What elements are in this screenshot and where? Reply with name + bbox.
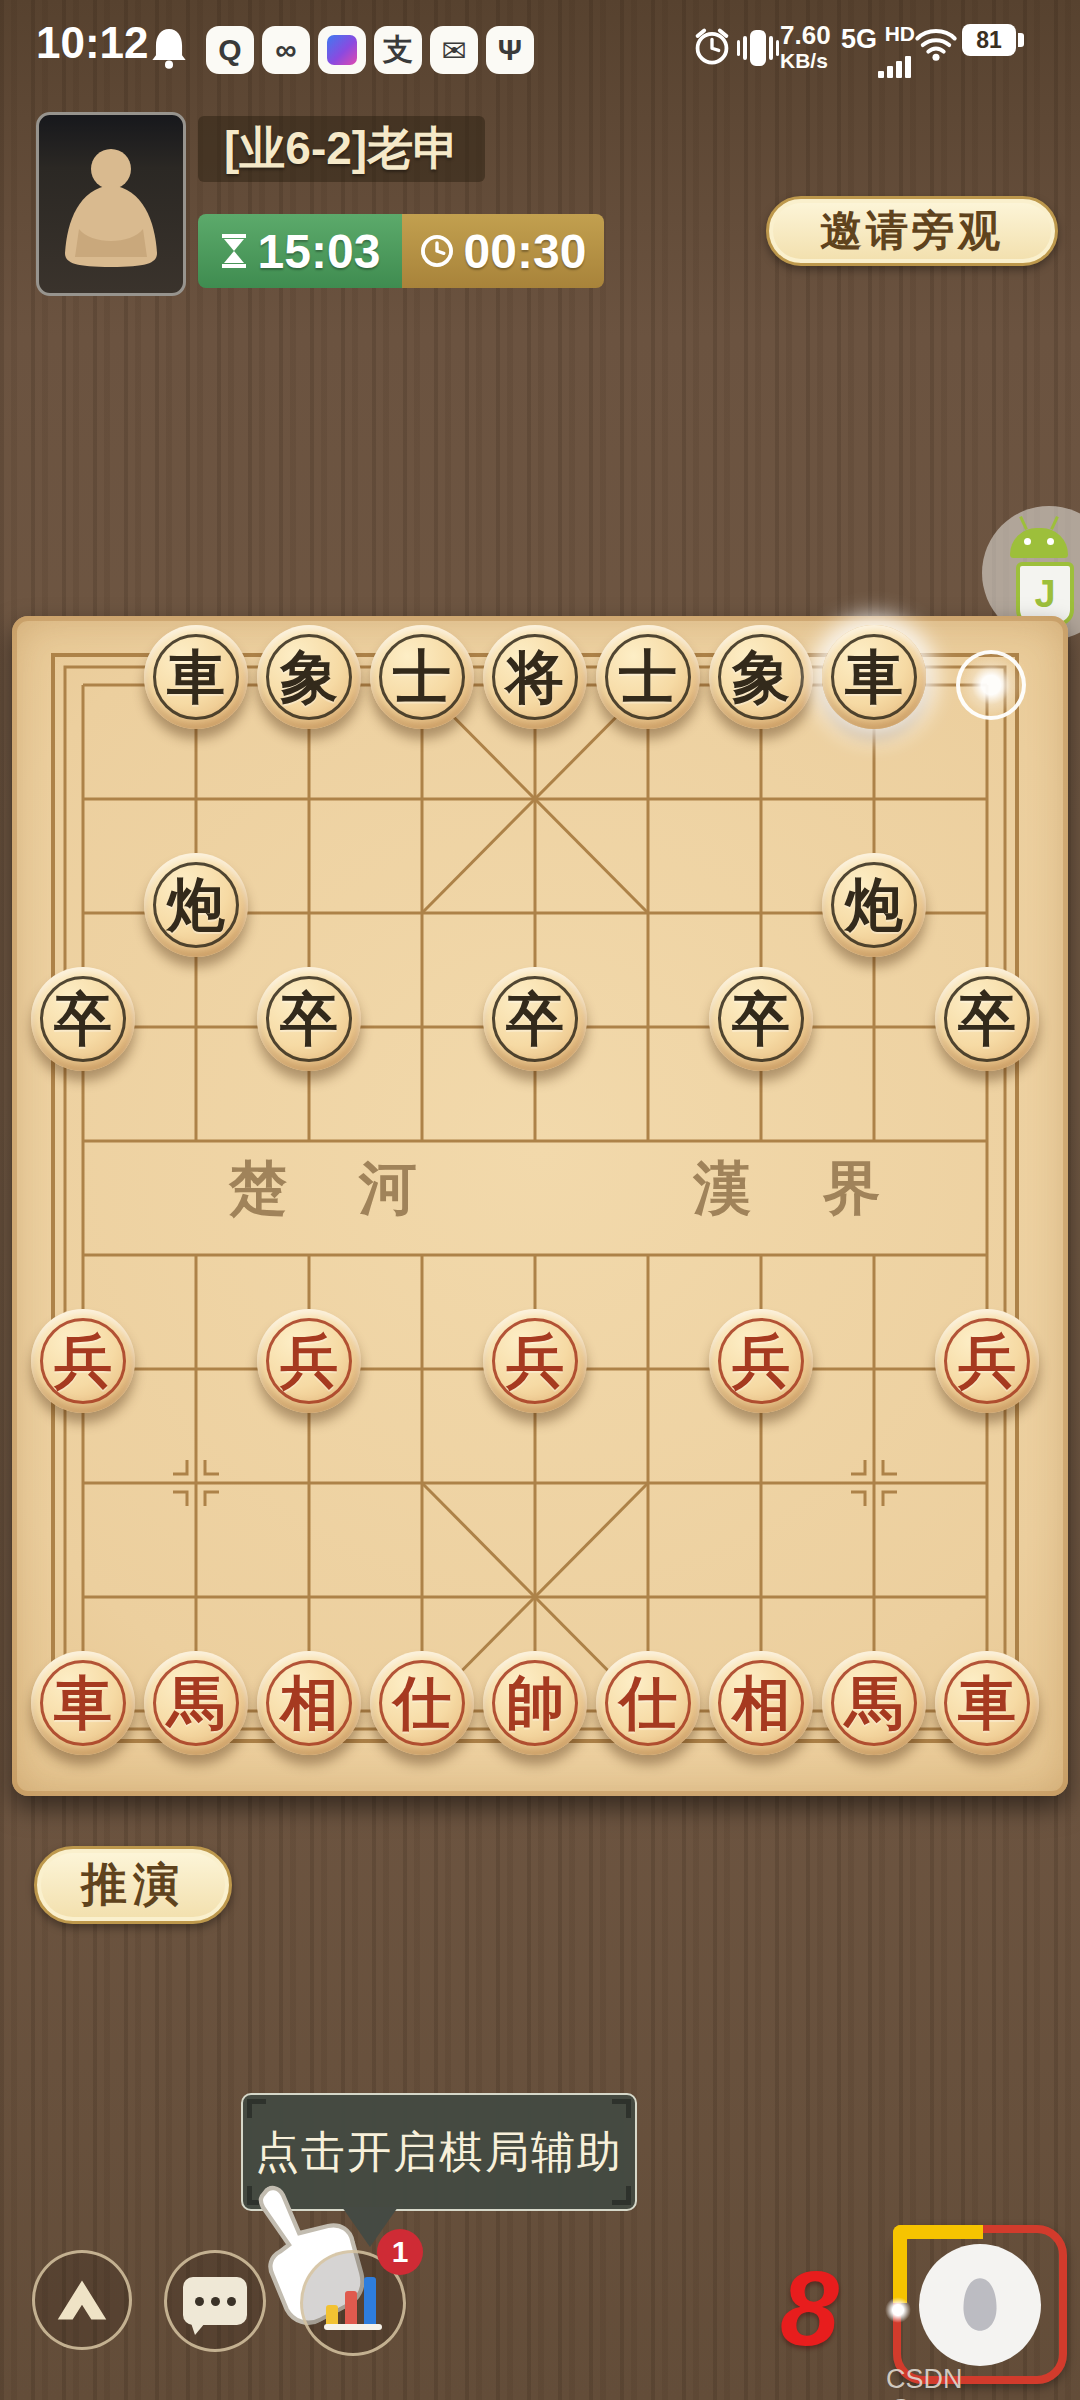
piece-black-車-f8r1[interactable]: 車 <box>822 625 926 729</box>
status-time: 10:12 <box>36 18 149 68</box>
opponent-avatar[interactable] <box>36 112 186 296</box>
battery-nub <box>1018 33 1024 47</box>
hourglass-icon <box>220 232 248 270</box>
alarm-icon <box>692 26 732 66</box>
wifi-icon <box>914 26 958 62</box>
usb-icon: Ψ <box>486 26 534 74</box>
piece-red-相-f3r10[interactable]: 相 <box>257 1651 361 1755</box>
piece-black-卒-f7r4[interactable]: 卒 <box>709 967 813 1071</box>
piece-black-士-f6r1[interactable]: 士 <box>596 625 700 729</box>
signal-cluster: 5G HD <box>841 24 911 78</box>
bar-chart-icon <box>324 2276 382 2330</box>
clock-icon <box>420 234 454 268</box>
opponent-timers: 15:03 00:30 <box>198 214 604 288</box>
river-label-right: 漢 界 <box>660 1150 940 1228</box>
signal-icon <box>878 56 911 78</box>
queue-number: 8 <box>780 2248 839 2369</box>
up-arrow-icon <box>54 2276 110 2324</box>
river-label-left: 楚 河 <box>196 1150 476 1228</box>
qq-avatar-tile[interactable] <box>893 2225 1067 2384</box>
piece-red-兵-f5r7[interactable]: 兵 <box>483 1309 587 1413</box>
last-move-origin-marker <box>956 650 1026 720</box>
chat-bubble-icon <box>183 2277 247 2325</box>
game-timer: 15:03 <box>198 214 402 288</box>
piece-red-兵-f9r7[interactable]: 兵 <box>935 1309 1039 1413</box>
move-timer: 00:30 <box>402 214 604 288</box>
qq-chat-icon: Q <box>206 26 254 74</box>
invite-spectators-button[interactable]: 邀请旁观 <box>766 196 1058 266</box>
alipay-icon: 支 <box>374 26 422 74</box>
piece-black-卒-f5r4[interactable]: 卒 <box>483 967 587 1071</box>
xiangqi-board[interactable]: 楚 河 漢 界 <box>12 616 1068 1796</box>
vibrate-icon <box>737 26 779 70</box>
link-nodes-icon: ∞ <box>262 26 310 74</box>
piece-black-士-f4r1[interactable]: 士 <box>370 625 474 729</box>
notification-badge: 1 <box>377 2229 423 2275</box>
piece-red-兵-f7r7[interactable]: 兵 <box>709 1309 813 1413</box>
piece-red-兵-f3r7[interactable]: 兵 <box>257 1309 361 1413</box>
xiangqi-game-screen: { "game": "xiangqi", "app_context": "Chi… <box>0 0 1080 2400</box>
piece-red-仕-f4r10[interactable]: 仕 <box>370 1651 474 1755</box>
collapse-button[interactable] <box>32 2250 132 2350</box>
colorful-app-icon <box>318 26 366 74</box>
battery-icon: 81 <box>962 24 1016 56</box>
watermark: CSDN @qq910689331 <box>886 2364 1080 2400</box>
piece-black-将-f5r1[interactable]: 将 <box>483 625 587 729</box>
qq-penguin-icon <box>919 2244 1041 2366</box>
piece-black-卒-f9r4[interactable]: 卒 <box>935 967 1039 1071</box>
chat-button[interactable] <box>164 2250 266 2352</box>
piece-black-象-f7r1[interactable]: 象 <box>709 625 813 729</box>
piece-black-卒-f1r4[interactable]: 卒 <box>31 967 135 1071</box>
piece-black-卒-f3r4[interactable]: 卒 <box>257 967 361 1071</box>
piece-red-馬-f2r10[interactable]: 馬 <box>144 1651 248 1755</box>
piece-red-仕-f6r10[interactable]: 仕 <box>596 1651 700 1755</box>
piece-black-象-f3r1[interactable]: 象 <box>257 625 361 729</box>
piece-black-炮-f2r3[interactable]: 炮 <box>144 853 248 957</box>
bell-icon <box>150 26 188 70</box>
android-icon <box>1010 528 1068 558</box>
piece-red-車-f1r10[interactable]: 車 <box>31 1651 135 1755</box>
mail-icon: ✉ <box>430 26 478 74</box>
piece-red-兵-f1r7[interactable]: 兵 <box>31 1309 135 1413</box>
piece-red-車-f9r10[interactable]: 車 <box>935 1651 1039 1755</box>
piece-black-車-f2r1[interactable]: 車 <box>144 625 248 729</box>
deduce-button[interactable]: 推演 <box>34 1846 232 1924</box>
hd-label: HD <box>885 22 915 46</box>
piece-red-相-f7r10[interactable]: 相 <box>709 1651 813 1755</box>
piece-red-馬-f8r10[interactable]: 馬 <box>822 1651 926 1755</box>
opponent-name: [业6-2]老申 <box>198 116 485 182</box>
network-speed: 7.60 KB/s <box>780 22 831 74</box>
buddha-figure <box>51 141 171 271</box>
piece-black-炮-f8r3[interactable]: 炮 <box>822 853 926 957</box>
piece-red-帥-f5r10[interactable]: 帥 <box>483 1651 587 1755</box>
network-type: 5G <box>841 24 877 55</box>
